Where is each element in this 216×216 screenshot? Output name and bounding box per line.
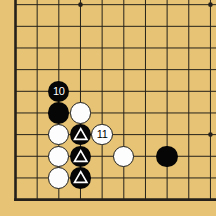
triangle-mark — [70, 167, 91, 188]
stones-layer: 1011 — [5, 0, 216, 210]
stone-white[interactable] — [70, 102, 91, 123]
go-board[interactable]: 1011 — [0, 0, 216, 216]
stone-black[interactable] — [48, 102, 69, 123]
stone-label: 11 — [97, 129, 108, 140]
stone-white[interactable] — [48, 124, 69, 145]
triangle-mark — [70, 124, 91, 145]
stone-black[interactable] — [156, 146, 177, 167]
stone-white[interactable] — [48, 167, 69, 188]
triangle-mark — [70, 146, 91, 167]
stone-white[interactable]: 11 — [91, 124, 112, 145]
stone-label: 10 — [53, 86, 64, 97]
stone-black[interactable] — [70, 124, 91, 145]
stone-white[interactable] — [48, 146, 69, 167]
stone-white[interactable] — [113, 146, 134, 167]
stone-black[interactable] — [70, 146, 91, 167]
stone-black[interactable] — [70, 167, 91, 188]
stone-black[interactable]: 10 — [48, 81, 69, 102]
